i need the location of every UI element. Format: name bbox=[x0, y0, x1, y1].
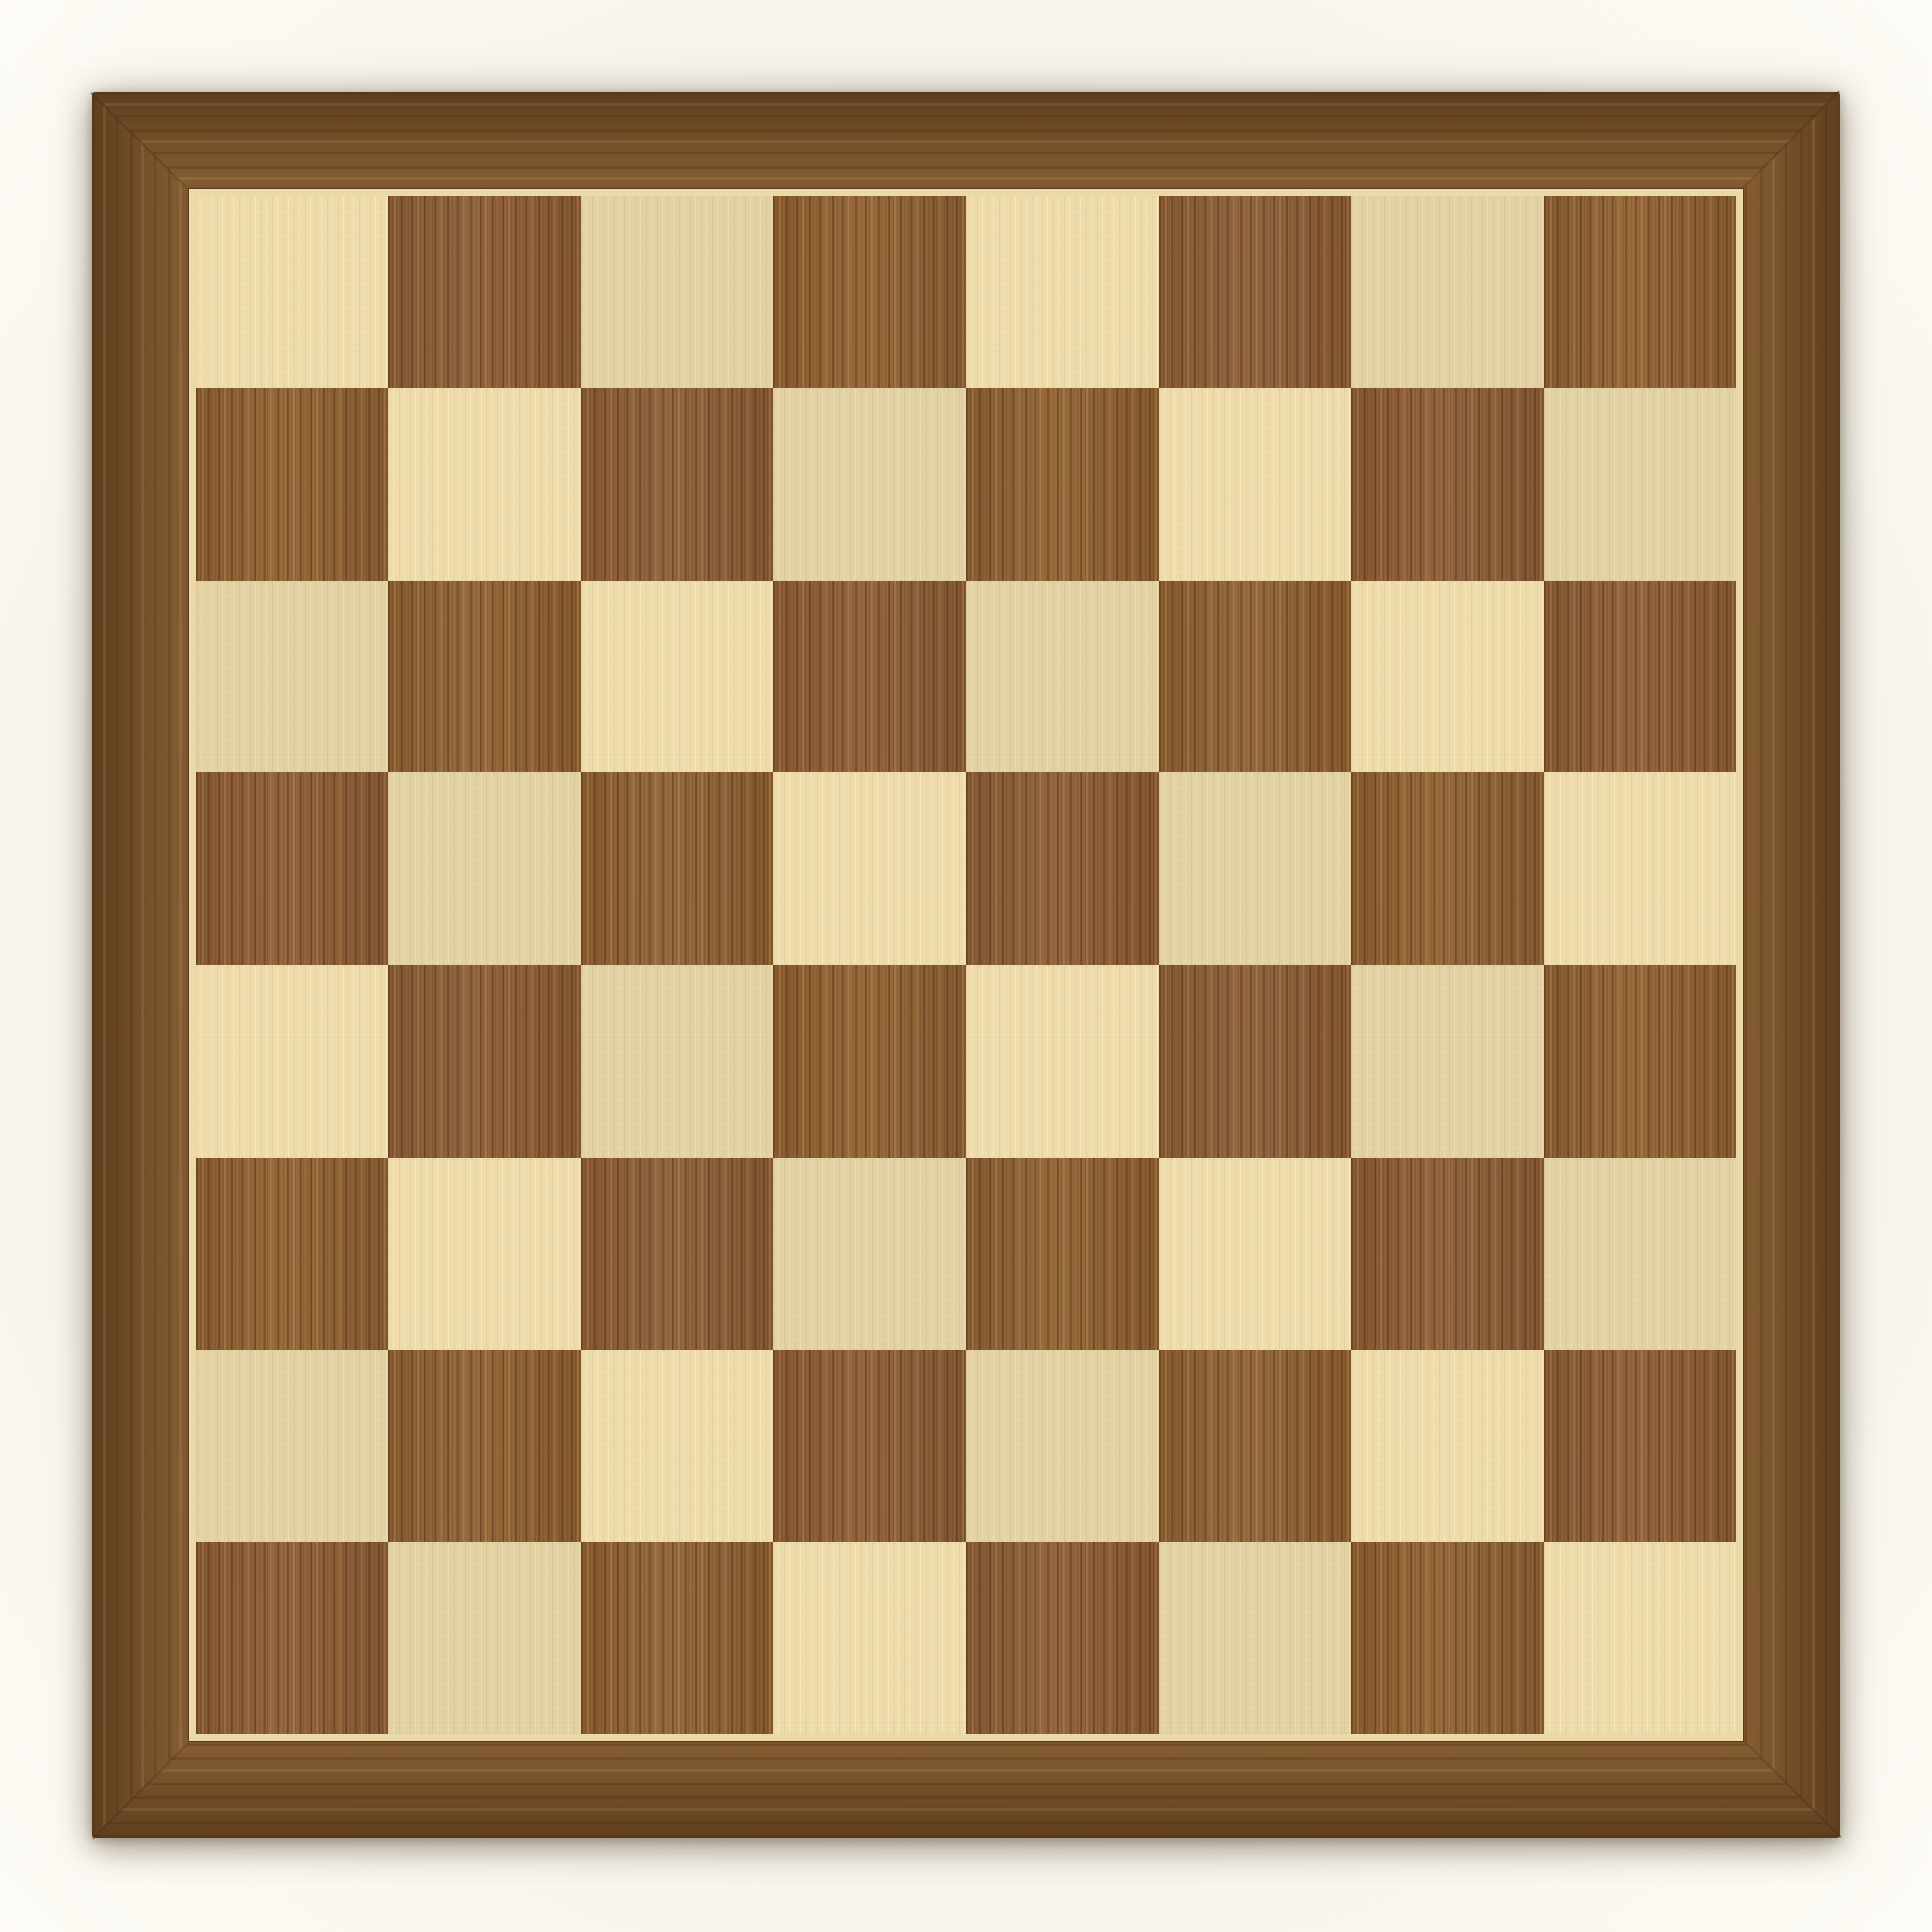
square-d6[interactable] bbox=[773, 581, 966, 773]
square-b1[interactable] bbox=[388, 1542, 581, 1734]
square-c4[interactable] bbox=[581, 965, 773, 1158]
square-f6[interactable] bbox=[1159, 581, 1351, 773]
square-f4[interactable] bbox=[1159, 965, 1351, 1158]
square-c6[interactable] bbox=[581, 581, 773, 773]
square-a4[interactable] bbox=[196, 965, 388, 1158]
square-d8[interactable] bbox=[773, 196, 966, 388]
square-d2[interactable] bbox=[773, 1350, 966, 1543]
square-a1[interactable] bbox=[196, 1542, 388, 1734]
square-e4[interactable] bbox=[966, 965, 1159, 1158]
square-c5[interactable] bbox=[581, 772, 773, 965]
square-g5[interactable] bbox=[1351, 772, 1544, 965]
square-c3[interactable] bbox=[581, 1158, 773, 1350]
square-d7[interactable] bbox=[773, 388, 966, 581]
square-b5[interactable] bbox=[388, 772, 581, 965]
square-d1[interactable] bbox=[773, 1542, 966, 1734]
square-b7[interactable] bbox=[388, 388, 581, 581]
square-h8[interactable] bbox=[1544, 196, 1736, 388]
square-a2[interactable] bbox=[196, 1350, 388, 1543]
square-g2[interactable] bbox=[1351, 1350, 1544, 1543]
square-b8[interactable] bbox=[388, 196, 581, 388]
square-f5[interactable] bbox=[1159, 772, 1351, 965]
square-e1[interactable] bbox=[966, 1542, 1159, 1734]
square-g6[interactable] bbox=[1351, 581, 1544, 773]
page-background bbox=[0, 0, 1932, 1932]
square-c7[interactable] bbox=[581, 388, 773, 581]
square-a3[interactable] bbox=[196, 1158, 388, 1350]
board-field bbox=[196, 196, 1736, 1734]
square-b3[interactable] bbox=[388, 1158, 581, 1350]
square-g3[interactable] bbox=[1351, 1158, 1544, 1350]
square-a6[interactable] bbox=[196, 581, 388, 773]
square-d4[interactable] bbox=[773, 965, 966, 1158]
square-g4[interactable] bbox=[1351, 965, 1544, 1158]
square-e8[interactable] bbox=[966, 196, 1159, 388]
square-a8[interactable] bbox=[196, 196, 388, 388]
square-c2[interactable] bbox=[581, 1350, 773, 1543]
chess-board bbox=[92, 92, 1840, 1838]
square-b4[interactable] bbox=[388, 965, 581, 1158]
square-g1[interactable] bbox=[1351, 1542, 1544, 1734]
square-g7[interactable] bbox=[1351, 388, 1544, 581]
square-b6[interactable] bbox=[388, 581, 581, 773]
square-h1[interactable] bbox=[1544, 1542, 1736, 1734]
square-f1[interactable] bbox=[1159, 1542, 1351, 1734]
square-h5[interactable] bbox=[1544, 772, 1736, 965]
square-e7[interactable] bbox=[966, 388, 1159, 581]
square-c8[interactable] bbox=[581, 196, 773, 388]
square-h7[interactable] bbox=[1544, 388, 1736, 581]
square-h4[interactable] bbox=[1544, 965, 1736, 1158]
square-d5[interactable] bbox=[773, 772, 966, 965]
square-e5[interactable] bbox=[966, 772, 1159, 965]
square-e6[interactable] bbox=[966, 581, 1159, 773]
square-f7[interactable] bbox=[1159, 388, 1351, 581]
square-h2[interactable] bbox=[1544, 1350, 1736, 1543]
square-a7[interactable] bbox=[196, 388, 388, 581]
square-f8[interactable] bbox=[1159, 196, 1351, 388]
square-g8[interactable] bbox=[1351, 196, 1544, 388]
square-c1[interactable] bbox=[581, 1542, 773, 1734]
square-e2[interactable] bbox=[966, 1350, 1159, 1543]
square-f3[interactable] bbox=[1159, 1158, 1351, 1350]
square-b2[interactable] bbox=[388, 1350, 581, 1543]
square-h3[interactable] bbox=[1544, 1158, 1736, 1350]
square-a5[interactable] bbox=[196, 772, 388, 965]
square-d3[interactable] bbox=[773, 1158, 966, 1350]
square-f2[interactable] bbox=[1159, 1350, 1351, 1543]
square-h6[interactable] bbox=[1544, 581, 1736, 773]
square-e3[interactable] bbox=[966, 1158, 1159, 1350]
